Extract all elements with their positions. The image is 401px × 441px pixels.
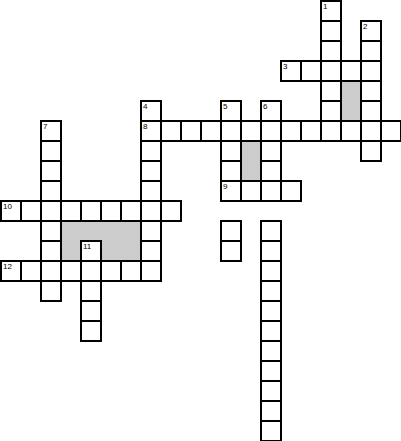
cell-r7-c18[interactable] xyxy=(361,141,381,161)
cell-r7-c11[interactable] xyxy=(221,141,241,161)
cell-r14-c2[interactable] xyxy=(41,281,61,301)
cell-r17-c13[interactable] xyxy=(261,341,281,361)
cell-r4-c18[interactable] xyxy=(361,81,381,101)
cell-r8-c7[interactable] xyxy=(141,161,161,181)
cell-r12-c7[interactable] xyxy=(141,241,161,261)
cell-r12-c11[interactable] xyxy=(221,241,241,261)
cell-r3-c17[interactable] xyxy=(341,61,361,81)
cell-r1-c16[interactable] xyxy=(321,21,341,41)
cell-r13-c6[interactable] xyxy=(121,261,141,281)
cell-r6-c14[interactable] xyxy=(281,121,301,141)
cell-r2-c18[interactable] xyxy=(361,41,381,61)
clue-number-2: 2 xyxy=(363,22,367,31)
cell-r9-c13[interactable] xyxy=(261,181,281,201)
cell-r12-c4[interactable]: 11 xyxy=(81,241,101,261)
shaded-block xyxy=(341,81,361,121)
cell-r3-c18[interactable] xyxy=(361,61,381,81)
cell-r7-c7[interactable] xyxy=(141,141,161,161)
cell-r12-c13[interactable] xyxy=(261,241,281,261)
cell-r13-c0[interactable]: 12 xyxy=(1,261,21,281)
cell-r9-c14[interactable] xyxy=(281,181,301,201)
cell-r10-c0[interactable]: 10 xyxy=(1,201,21,221)
cell-r8-c11[interactable] xyxy=(221,161,241,181)
cell-r6-c7[interactable]: 8 xyxy=(141,121,161,141)
cell-r10-c3[interactable] xyxy=(61,201,81,221)
cell-r20-c13[interactable] xyxy=(261,401,281,421)
cell-r6-c18[interactable] xyxy=(361,121,381,141)
cell-r5-c11[interactable]: 5 xyxy=(221,101,241,121)
cell-r13-c5[interactable] xyxy=(101,261,121,281)
cell-r7-c13[interactable] xyxy=(261,141,281,161)
crossword-board: 123456789101112 xyxy=(1,1,401,441)
cell-r8-c2[interactable] xyxy=(41,161,61,181)
cell-r6-c2[interactable]: 7 xyxy=(41,121,61,141)
cell-r14-c13[interactable] xyxy=(261,281,281,301)
clue-number-4: 4 xyxy=(143,102,147,111)
cell-r6-c8[interactable] xyxy=(161,121,181,141)
shaded-block xyxy=(61,221,141,261)
cell-r5-c18[interactable] xyxy=(361,101,381,121)
cell-r3-c14[interactable]: 3 xyxy=(281,61,301,81)
cell-r2-c16[interactable] xyxy=(321,41,341,61)
cell-r18-c13[interactable] xyxy=(261,361,281,381)
cell-r21-c13[interactable] xyxy=(261,421,281,441)
cell-r13-c1[interactable] xyxy=(21,261,41,281)
cell-r10-c8[interactable] xyxy=(161,201,181,221)
cell-r11-c7[interactable] xyxy=(141,221,161,241)
cell-r14-c4[interactable] xyxy=(81,281,101,301)
clue-number-1: 1 xyxy=(323,2,327,11)
clue-number-9: 9 xyxy=(223,182,227,191)
cell-r11-c2[interactable] xyxy=(41,221,61,241)
cell-r3-c16[interactable] xyxy=(321,61,341,81)
cell-r19-c13[interactable] xyxy=(261,381,281,401)
cell-r6-c10[interactable] xyxy=(201,121,221,141)
cell-r5-c13[interactable]: 6 xyxy=(261,101,281,121)
cell-r13-c3[interactable] xyxy=(61,261,81,281)
cell-r7-c2[interactable] xyxy=(41,141,61,161)
cell-r10-c1[interactable] xyxy=(21,201,41,221)
cell-r6-c16[interactable] xyxy=(321,121,341,141)
cell-r15-c13[interactable] xyxy=(261,301,281,321)
clue-number-6: 6 xyxy=(263,102,267,111)
cell-r10-c4[interactable] xyxy=(81,201,101,221)
cell-r13-c2[interactable] xyxy=(41,261,61,281)
cell-r16-c13[interactable] xyxy=(261,321,281,341)
cell-r6-c13[interactable] xyxy=(261,121,281,141)
cell-r10-c7[interactable] xyxy=(141,201,161,221)
cell-r6-c9[interactable] xyxy=(181,121,201,141)
cell-r6-c17[interactable] xyxy=(341,121,361,141)
clue-number-11: 11 xyxy=(83,242,91,251)
cell-r12-c2[interactable] xyxy=(41,241,61,261)
cell-r9-c7[interactable] xyxy=(141,181,161,201)
cell-r9-c11[interactable]: 9 xyxy=(221,181,241,201)
cell-r11-c11[interactable] xyxy=(221,221,241,241)
clue-number-8: 8 xyxy=(143,122,147,131)
cell-r1-c18[interactable]: 2 xyxy=(361,21,381,41)
cell-r4-c16[interactable] xyxy=(321,81,341,101)
cell-r6-c19[interactable] xyxy=(381,121,401,141)
cell-r15-c4[interactable] xyxy=(81,301,101,321)
cell-r0-c16[interactable]: 1 xyxy=(321,1,341,21)
shaded-block xyxy=(241,141,261,181)
cell-r13-c13[interactable] xyxy=(261,261,281,281)
cell-r9-c12[interactable] xyxy=(241,181,261,201)
cell-r3-c15[interactable] xyxy=(301,61,321,81)
cell-r6-c11[interactable] xyxy=(221,121,241,141)
cell-r10-c2[interactable] xyxy=(41,201,61,221)
clue-number-5: 5 xyxy=(223,102,227,111)
cell-r11-c13[interactable] xyxy=(261,221,281,241)
clue-number-12: 12 xyxy=(3,262,12,271)
cell-r9-c2[interactable] xyxy=(41,181,61,201)
cell-r10-c5[interactable] xyxy=(101,201,121,221)
clue-number-3: 3 xyxy=(283,62,287,71)
cell-r13-c7[interactable] xyxy=(141,261,161,281)
clue-number-7: 7 xyxy=(43,122,47,131)
cell-r10-c6[interactable] xyxy=(121,201,141,221)
cell-r5-c16[interactable] xyxy=(321,101,341,121)
clue-number-10: 10 xyxy=(3,202,12,211)
cell-r5-c7[interactable]: 4 xyxy=(141,101,161,121)
cell-r13-c4[interactable] xyxy=(81,261,101,281)
cell-r8-c13[interactable] xyxy=(261,161,281,181)
cell-r6-c12[interactable] xyxy=(241,121,261,141)
cell-r6-c15[interactable] xyxy=(301,121,321,141)
cell-r16-c4[interactable] xyxy=(81,321,101,341)
